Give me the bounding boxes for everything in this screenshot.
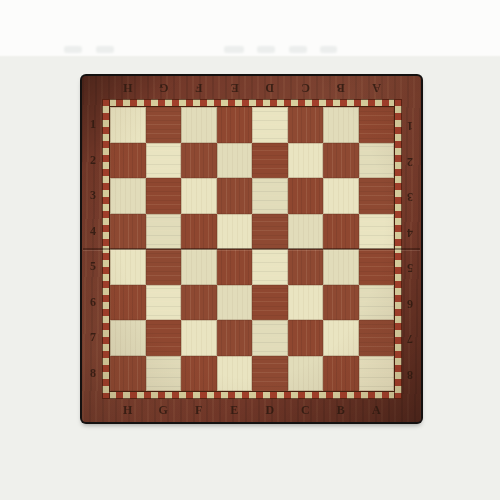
square-d4[interactable] (252, 214, 288, 250)
file-top-label-a: A (359, 79, 395, 97)
square-b2[interactable] (323, 143, 359, 179)
rank-right-label-7: 7 (401, 320, 419, 356)
rank-left-label-7: 7 (84, 320, 102, 356)
square-e6[interactable] (217, 285, 253, 321)
square-c6[interactable] (288, 285, 324, 321)
square-d3[interactable] (252, 178, 288, 214)
square-c7[interactable] (288, 320, 324, 356)
square-g7[interactable] (146, 320, 182, 356)
background-artifact (224, 46, 244, 53)
square-b4[interactable] (323, 214, 359, 250)
square-a4[interactable] (359, 214, 395, 250)
square-a5[interactable] (359, 249, 395, 285)
square-h3[interactable] (110, 178, 146, 214)
square-d8[interactable] (252, 356, 288, 392)
square-c3[interactable] (288, 178, 324, 214)
file-bottom-label-e: E (217, 400, 253, 420)
rank-left-label-2: 2 (84, 143, 102, 179)
background-artifact (320, 46, 337, 53)
background-artifact (257, 46, 275, 53)
square-e7[interactable] (217, 320, 253, 356)
file-bottom-label-g: G (146, 400, 182, 420)
square-b7[interactable] (323, 320, 359, 356)
square-g3[interactable] (146, 178, 182, 214)
square-h7[interactable] (110, 320, 146, 356)
square-h4[interactable] (110, 214, 146, 250)
file-bottom-label-h: H (110, 400, 146, 420)
square-h1[interactable] (110, 107, 146, 143)
square-b5[interactable] (323, 249, 359, 285)
square-d5[interactable] (252, 249, 288, 285)
square-c5[interactable] (288, 249, 324, 285)
square-f1[interactable] (181, 107, 217, 143)
file-bottom-label-b: B (323, 400, 359, 420)
square-b8[interactable] (323, 356, 359, 392)
chess-board: HGFEDCBA HGFEDCBA 12345678 12345678 (82, 76, 421, 422)
square-d1[interactable] (252, 107, 288, 143)
background-artifact (289, 46, 307, 53)
square-d2[interactable] (252, 143, 288, 179)
square-f2[interactable] (181, 143, 217, 179)
file-labels-bottom: HGFEDCBA (110, 400, 394, 420)
square-d7[interactable] (252, 320, 288, 356)
square-a1[interactable] (359, 107, 395, 143)
rank-right-label-8: 8 (401, 356, 419, 392)
square-c8[interactable] (288, 356, 324, 392)
square-h2[interactable] (110, 143, 146, 179)
file-top-label-c: C (288, 79, 324, 97)
photo-background: HGFEDCBA HGFEDCBA 12345678 12345678 (0, 0, 500, 500)
file-top-label-d: D (252, 79, 288, 97)
square-g4[interactable] (146, 214, 182, 250)
file-bottom-label-c: C (288, 400, 324, 420)
rank-right-label-5: 5 (401, 249, 419, 285)
square-b3[interactable] (323, 178, 359, 214)
square-e8[interactable] (217, 356, 253, 392)
square-f5[interactable] (181, 249, 217, 285)
background-artifact (96, 46, 114, 53)
square-e3[interactable] (217, 178, 253, 214)
square-c1[interactable] (288, 107, 324, 143)
square-h8[interactable] (110, 356, 146, 392)
trim-bottom (102, 391, 402, 399)
rank-right-label-1: 1 (401, 107, 419, 143)
square-h5[interactable] (110, 249, 146, 285)
rank-left-label-6: 6 (84, 285, 102, 321)
fold-seam (83, 248, 420, 250)
rank-right-label-4: 4 (401, 214, 419, 250)
file-top-label-e: E (217, 79, 253, 97)
square-e2[interactable] (217, 143, 253, 179)
square-c2[interactable] (288, 143, 324, 179)
file-top-label-f: F (181, 79, 217, 97)
square-a6[interactable] (359, 285, 395, 321)
trim-top (102, 99, 402, 107)
file-bottom-label-f: F (181, 400, 217, 420)
square-f3[interactable] (181, 178, 217, 214)
rank-left-label-8: 8 (84, 356, 102, 392)
square-a7[interactable] (359, 320, 395, 356)
rank-left-label-4: 4 (84, 214, 102, 250)
square-b1[interactable] (323, 107, 359, 143)
square-g8[interactable] (146, 356, 182, 392)
square-f6[interactable] (181, 285, 217, 321)
square-e5[interactable] (217, 249, 253, 285)
square-g1[interactable] (146, 107, 182, 143)
square-e1[interactable] (217, 107, 253, 143)
rank-right-label-3: 3 (401, 178, 419, 214)
file-bottom-label-a: A (359, 400, 395, 420)
square-g5[interactable] (146, 249, 182, 285)
square-a3[interactable] (359, 178, 395, 214)
square-e4[interactable] (217, 214, 253, 250)
square-g6[interactable] (146, 285, 182, 321)
rank-right-label-2: 2 (401, 143, 419, 179)
file-top-label-h: H (110, 79, 146, 97)
square-f4[interactable] (181, 214, 217, 250)
square-a8[interactable] (359, 356, 395, 392)
square-c4[interactable] (288, 214, 324, 250)
background-artifact (64, 46, 82, 53)
rank-right-label-6: 6 (401, 285, 419, 321)
square-h6[interactable] (110, 285, 146, 321)
square-b6[interactable] (323, 285, 359, 321)
square-d6[interactable] (252, 285, 288, 321)
rank-left-label-1: 1 (84, 107, 102, 143)
square-g2[interactable] (146, 143, 182, 179)
file-bottom-label-d: D (252, 400, 288, 420)
square-f7[interactable] (181, 320, 217, 356)
rank-left-label-3: 3 (84, 178, 102, 214)
file-top-label-g: G (146, 79, 182, 97)
file-top-label-b: B (323, 79, 359, 97)
rank-left-label-5: 5 (84, 249, 102, 285)
square-f8[interactable] (181, 356, 217, 392)
file-labels-top: HGFEDCBA (110, 79, 394, 97)
square-a2[interactable] (359, 143, 395, 179)
